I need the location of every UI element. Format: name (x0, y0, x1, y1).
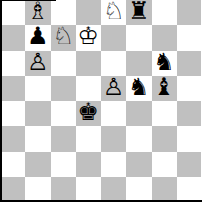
piece-white-bishop-b8: ♗ (27, 0, 49, 24)
piece-black-rook-f8: ♜ (128, 0, 150, 24)
square-g4 (152, 101, 177, 126)
square-h4 (177, 101, 202, 126)
square-f7 (126, 25, 151, 50)
square-d7: ♔ (76, 25, 101, 50)
square-g5: ♝ (152, 76, 177, 101)
square-d4: ♚ (76, 101, 101, 126)
square-h2 (177, 152, 202, 177)
piece-black-bishop-g5: ♝ (153, 75, 175, 100)
square-h7 (177, 25, 202, 50)
square-c7: ♘ (51, 25, 76, 50)
piece-black-king-d4: ♚ (78, 100, 100, 125)
piece-white-pawn-b6: ♙ (27, 50, 49, 75)
square-a6 (0, 51, 25, 76)
square-f3 (126, 126, 151, 151)
square-a2 (0, 152, 25, 177)
square-e1 (101, 177, 126, 202)
square-h8 (177, 0, 202, 25)
square-d6 (76, 51, 101, 76)
square-g3 (152, 126, 177, 151)
square-a7 (0, 25, 25, 50)
square-h1 (177, 177, 202, 202)
square-e8: ♘ (101, 0, 126, 25)
square-d3 (76, 126, 101, 151)
square-f8: ♜ (126, 0, 151, 25)
piece-white-king-d7: ♔ (78, 24, 100, 49)
square-h5 (177, 76, 202, 101)
square-e7 (101, 25, 126, 50)
square-c4 (51, 101, 76, 126)
square-f4 (126, 101, 151, 126)
square-b2 (25, 152, 50, 177)
square-b1 (25, 177, 50, 202)
square-c6 (51, 51, 76, 76)
square-b6: ♙ (25, 51, 50, 76)
square-h3 (177, 126, 202, 151)
square-b4 (25, 101, 50, 126)
square-d2 (76, 152, 101, 177)
piece-white-pawn-e5: ♙ (103, 75, 125, 100)
piece-white-knight-c7: ♘ (52, 24, 74, 49)
square-d1 (76, 177, 101, 202)
square-b3 (25, 126, 50, 151)
chess-board: ♗♘♜♟♘♔♙♞♙♞♝♚ (0, 0, 202, 202)
square-g2 (152, 152, 177, 177)
chess-board-diagram: ♗♘♜♟♘♔♙♞♙♞♝♚ (0, 0, 202, 202)
square-f5: ♞ (126, 76, 151, 101)
square-e4 (101, 101, 126, 126)
square-g1 (152, 177, 177, 202)
piece-black-pawn-b7: ♟ (27, 24, 49, 49)
square-b5 (25, 76, 50, 101)
square-c2 (51, 152, 76, 177)
square-e3 (101, 126, 126, 151)
piece-white-knight-e8: ♘ (103, 0, 125, 24)
piece-black-knight-f5: ♞ (128, 75, 150, 100)
square-a8 (0, 0, 25, 25)
square-a1 (0, 177, 25, 202)
square-h6 (177, 51, 202, 76)
square-a3 (0, 126, 25, 151)
square-a4 (0, 101, 25, 126)
square-f1 (126, 177, 151, 202)
square-e5: ♙ (101, 76, 126, 101)
square-f2 (126, 152, 151, 177)
square-c1 (51, 177, 76, 202)
square-g8 (152, 0, 177, 25)
piece-black-knight-g6: ♞ (153, 50, 175, 75)
square-c5 (51, 76, 76, 101)
square-e2 (101, 152, 126, 177)
square-a5 (0, 76, 25, 101)
square-c3 (51, 126, 76, 151)
